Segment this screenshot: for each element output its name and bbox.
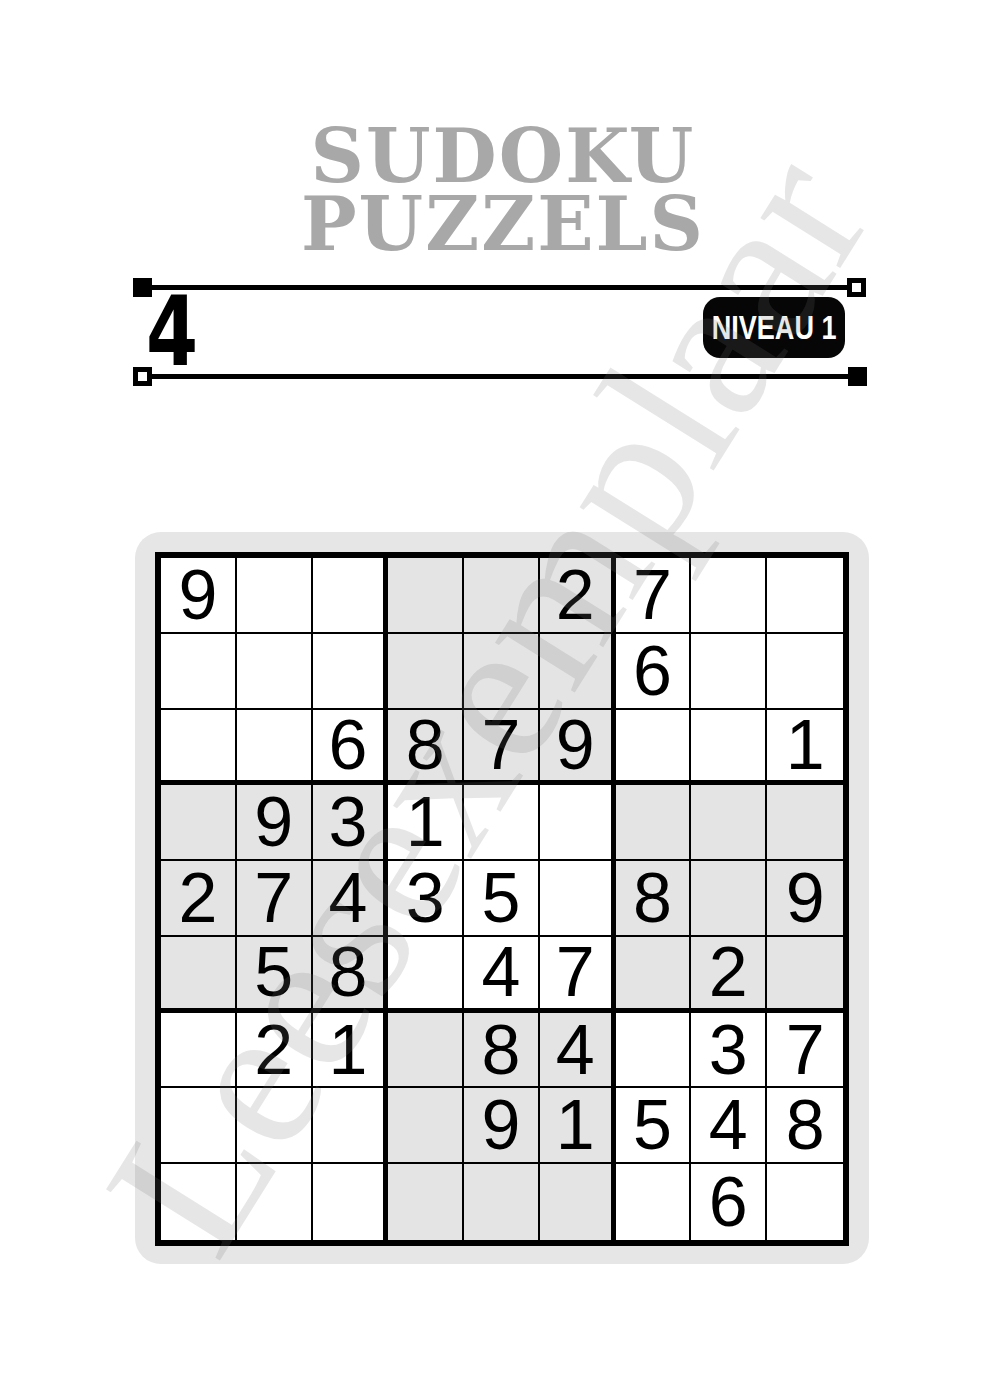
cell-r1c9[interactable] (767, 558, 843, 634)
cell-r6c7[interactable] (616, 937, 692, 1013)
cell-r5c1: 2 (161, 861, 237, 937)
cell-r4c5[interactable] (464, 785, 540, 861)
cell-r8c8: 4 (691, 1088, 767, 1164)
cell-r3c8[interactable] (691, 710, 767, 786)
cell-r9c4[interactable] (388, 1164, 464, 1240)
cell-r1c1: 9 (161, 558, 237, 634)
cell-r2c9[interactable] (767, 634, 843, 710)
cell-r5c3: 4 (313, 861, 389, 937)
cell-r8c1[interactable] (161, 1088, 237, 1164)
cell-r7c4[interactable] (388, 1013, 464, 1089)
cell-r5c2: 7 (237, 861, 313, 937)
cell-r3c3: 6 (313, 710, 389, 786)
cell-r7c1[interactable] (161, 1013, 237, 1089)
cell-r6c2: 5 (237, 937, 313, 1013)
cell-r6c8: 2 (691, 937, 767, 1013)
cell-r1c8[interactable] (691, 558, 767, 634)
cell-r2c4[interactable] (388, 634, 464, 710)
cell-r7c3: 1 (313, 1013, 389, 1089)
page: SUDOKU PUZZELS 4 NIVEAU 1 92766879193127… (0, 0, 1000, 1400)
cell-r3c2[interactable] (237, 710, 313, 786)
cell-r5c4: 3 (388, 861, 464, 937)
cell-r7c8: 3 (691, 1013, 767, 1089)
cell-r7c7[interactable] (616, 1013, 692, 1089)
cell-r5c6[interactable] (540, 861, 616, 937)
cell-r3c7[interactable] (616, 710, 692, 786)
cell-r5c9: 9 (767, 861, 843, 937)
cell-r5c8[interactable] (691, 861, 767, 937)
cell-r2c2[interactable] (237, 634, 313, 710)
puzzle-number: 4 (146, 284, 198, 380)
bottom-rule (140, 374, 855, 379)
cell-r8c3[interactable] (313, 1088, 389, 1164)
cell-r9c7[interactable] (616, 1164, 692, 1240)
cell-r7c6: 4 (540, 1013, 616, 1089)
cell-r6c6: 7 (540, 937, 616, 1013)
cell-r6c1[interactable] (161, 937, 237, 1013)
cell-r6c3: 8 (313, 937, 389, 1013)
cell-r1c3[interactable] (313, 558, 389, 634)
cell-r6c5: 4 (464, 937, 540, 1013)
cell-r9c1[interactable] (161, 1164, 237, 1240)
cell-r1c7: 7 (616, 558, 692, 634)
cell-r4c4: 1 (388, 785, 464, 861)
cell-r1c5[interactable] (464, 558, 540, 634)
cell-r1c4[interactable] (388, 558, 464, 634)
top-rule-right-endpoint (847, 278, 866, 297)
cell-r2c5[interactable] (464, 634, 540, 710)
cell-r3c1[interactable] (161, 710, 237, 786)
bottom-rule-right-endpoint (848, 367, 867, 386)
cell-r2c8[interactable] (691, 634, 767, 710)
cell-r7c5: 8 (464, 1013, 540, 1089)
cell-r5c5: 5 (464, 861, 540, 937)
cell-r8c6: 1 (540, 1088, 616, 1164)
cell-r8c5: 9 (464, 1088, 540, 1164)
cell-r9c3[interactable] (313, 1164, 389, 1240)
sudoku-grid: 927668791931274358958472218437915486 (155, 552, 849, 1246)
bottom-rule-left-endpoint (133, 367, 152, 386)
cell-r3c9: 1 (767, 710, 843, 786)
cell-r5c7: 8 (616, 861, 692, 937)
cell-r4c9[interactable] (767, 785, 843, 861)
cell-r9c2[interactable] (237, 1164, 313, 1240)
cell-r9c8: 6 (691, 1164, 767, 1240)
cell-r2c7: 6 (616, 634, 692, 710)
cell-r7c2: 2 (237, 1013, 313, 1089)
level-badge-label: NIVEAU 1 (712, 309, 837, 347)
cell-r2c6[interactable] (540, 634, 616, 710)
cell-r7c9: 7 (767, 1013, 843, 1089)
cell-r3c4: 8 (388, 710, 464, 786)
cell-r6c4[interactable] (388, 937, 464, 1013)
cell-r3c6: 9 (540, 710, 616, 786)
title-line-2: PUZZELS (0, 190, 1000, 258)
page-title: SUDOKU PUZZELS (0, 122, 1000, 258)
cell-r4c3: 3 (313, 785, 389, 861)
cell-r4c8[interactable] (691, 785, 767, 861)
title-line-1: SUDOKU (0, 122, 1000, 190)
cell-r8c7: 5 (616, 1088, 692, 1164)
cell-r4c6[interactable] (540, 785, 616, 861)
cell-r6c9[interactable] (767, 937, 843, 1013)
cell-r4c2: 9 (237, 785, 313, 861)
cell-r9c5[interactable] (464, 1164, 540, 1240)
cell-r9c6[interactable] (540, 1164, 616, 1240)
cell-r4c1[interactable] (161, 785, 237, 861)
cell-r9c9[interactable] (767, 1164, 843, 1240)
cell-r8c2[interactable] (237, 1088, 313, 1164)
cell-r4c7[interactable] (616, 785, 692, 861)
cell-r8c4[interactable] (388, 1088, 464, 1164)
top-rule (140, 285, 855, 290)
cell-r1c2[interactable] (237, 558, 313, 634)
cell-r2c1[interactable] (161, 634, 237, 710)
cell-r3c5: 7 (464, 710, 540, 786)
level-badge: NIVEAU 1 (703, 297, 845, 358)
cell-r8c9: 8 (767, 1088, 843, 1164)
cell-r1c6: 2 (540, 558, 616, 634)
cell-r2c3[interactable] (313, 634, 389, 710)
